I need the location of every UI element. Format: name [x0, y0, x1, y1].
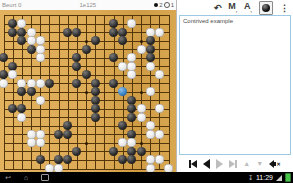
white-stone	[137, 104, 146, 113]
white-stone	[155, 130, 164, 139]
variation-down-button[interactable]: ▼	[256, 160, 263, 168]
black-stone	[0, 53, 8, 62]
black-stone	[118, 36, 127, 45]
black-stone	[82, 45, 91, 54]
black-stone	[91, 104, 100, 113]
main-area: Beurt 0 1e125 2 1 ↶ M‚ A‚ ⋮	[0, 0, 293, 172]
black-stone	[72, 62, 81, 71]
white-stone-icon	[164, 2, 170, 8]
android-navbar: ↩ ⌂ ↧ 11:29	[0, 172, 293, 183]
star-point	[140, 40, 143, 43]
variation-up-button[interactable]: ▲	[243, 160, 250, 168]
black-stone	[109, 28, 118, 37]
first-move-button[interactable]	[189, 160, 197, 168]
recents-button-icon[interactable]	[41, 174, 49, 181]
black-stone	[72, 28, 81, 37]
clock: 11:29	[256, 174, 273, 181]
move-counter-label: 1e125	[79, 2, 96, 8]
undo-icon[interactable]: ↶	[214, 3, 222, 13]
white-stone	[17, 113, 26, 122]
grid-line	[4, 126, 170, 127]
white-stone	[27, 138, 36, 147]
mark-move-mode-icon[interactable]: M‚	[228, 1, 237, 15]
black-stone	[91, 36, 100, 45]
white-stone	[146, 62, 155, 71]
black-stone	[82, 70, 91, 79]
white-stone	[36, 79, 45, 88]
white-stone	[8, 70, 17, 79]
battery-icon	[285, 173, 291, 182]
star-point	[85, 91, 88, 94]
white-stone	[118, 62, 127, 71]
black-stone	[127, 113, 136, 122]
black-stone	[8, 104, 17, 113]
black-captures-count: 2	[159, 2, 162, 8]
star-point	[140, 91, 143, 94]
black-stone	[27, 87, 36, 96]
white-stone	[27, 36, 36, 45]
white-stone	[137, 45, 146, 54]
star-point	[85, 142, 88, 145]
white-stone	[127, 70, 136, 79]
black-stone	[63, 130, 72, 139]
play-stone-mode-button-selected[interactable]	[259, 1, 273, 15]
white-stone	[36, 138, 45, 147]
white-stone	[137, 113, 146, 122]
star-point	[140, 142, 143, 145]
board-column: Beurt 0 1e125 2 1	[0, 0, 176, 172]
signal-icon	[276, 175, 282, 181]
black-stone	[109, 19, 118, 28]
black-stone	[17, 87, 26, 96]
black-stone	[72, 147, 81, 156]
black-stone	[72, 79, 81, 88]
playback-controls: ▲ ▼ ✕	[177, 155, 293, 172]
last-move-button[interactable]	[229, 160, 237, 168]
star-point	[85, 40, 88, 43]
black-stone	[8, 19, 17, 28]
white-stone	[36, 36, 45, 45]
white-stone	[127, 19, 136, 28]
black-stone	[109, 147, 118, 156]
white-stone	[146, 87, 155, 96]
black-stone	[63, 155, 72, 164]
black-stone-icon	[154, 3, 158, 7]
grid-line	[4, 160, 170, 161]
black-stone	[8, 28, 17, 37]
comment-panel: Contrived example	[179, 15, 291, 155]
black-stone	[0, 70, 8, 79]
toolbar: ↶ M‚ A‚ ⋮	[177, 0, 293, 15]
grid-line	[169, 15, 170, 170]
black-stone	[36, 155, 45, 164]
black-stone	[63, 121, 72, 130]
grid-line	[104, 15, 105, 170]
black-stone	[27, 45, 36, 54]
side-panel: ↶ M‚ A‚ ⋮ Contrived example ▲ ▼ ✕	[176, 0, 293, 172]
overflow-menu-icon[interactable]: ⋮	[280, 3, 289, 13]
nav-buttons: ↩ ⌂	[5, 172, 49, 183]
black-stone	[127, 155, 136, 164]
black-stone	[54, 130, 63, 139]
grid-line	[4, 169, 170, 170]
turn-label: Beurt 0	[2, 2, 21, 8]
black-stone-tool-icon	[262, 4, 270, 12]
captures-indicator: 2 1	[154, 2, 174, 8]
black-stone	[17, 104, 26, 113]
home-button-icon[interactable]: ⌂	[24, 172, 28, 183]
white-stone	[36, 96, 45, 105]
notification-icon: ↧	[248, 174, 253, 181]
black-stone	[63, 28, 72, 37]
black-stone	[45, 79, 54, 88]
black-stone	[17, 36, 26, 45]
black-stone	[91, 113, 100, 122]
white-stone	[17, 19, 26, 28]
white-stone	[127, 53, 136, 62]
black-stone	[118, 121, 127, 130]
go-app-window: Beurt 0 1e125 2 1 ↶ M‚ A‚ ⋮	[0, 0, 293, 183]
white-stone	[146, 130, 155, 139]
go-board[interactable]	[0, 10, 176, 172]
white-stone	[155, 28, 164, 37]
white-stone	[155, 155, 164, 164]
status-cluster: ↧ 11:29	[248, 172, 291, 183]
black-stone	[146, 53, 155, 62]
black-stone	[109, 53, 118, 62]
sound-mute-icon[interactable]: ✕	[269, 160, 281, 168]
back-button-icon[interactable]: ↩	[5, 172, 11, 183]
game-status-bar: Beurt 0 1e125 2 1	[0, 0, 176, 10]
black-stone	[118, 155, 127, 164]
grid-line	[159, 15, 160, 170]
white-captures-count: 1	[171, 2, 174, 8]
black-stone	[127, 104, 136, 113]
text-label-mode-icon[interactable]: A‚	[244, 1, 252, 15]
black-stone	[72, 53, 81, 62]
next-move-button[interactable]	[216, 159, 223, 169]
grid-line	[4, 100, 170, 101]
white-stone	[0, 79, 8, 88]
white-stone	[118, 138, 127, 147]
black-stone	[146, 36, 155, 45]
white-stone	[155, 70, 164, 79]
white-stone	[155, 104, 164, 113]
white-stone	[36, 53, 45, 62]
black-stone	[91, 87, 100, 96]
previous-move-button[interactable]	[203, 159, 210, 169]
black-stone	[137, 147, 146, 156]
black-stone	[109, 79, 118, 88]
black-stone-current-move	[118, 87, 127, 96]
